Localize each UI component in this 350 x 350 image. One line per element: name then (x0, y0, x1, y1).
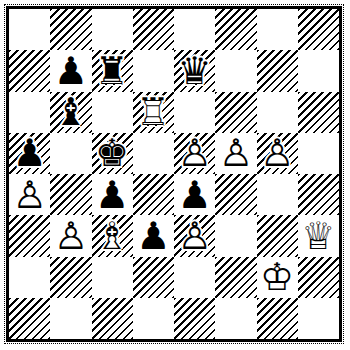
square-e8[interactable] (174, 9, 215, 50)
square-e6[interactable] (174, 92, 215, 133)
square-c1[interactable] (92, 298, 133, 339)
square-a7[interactable] (9, 50, 50, 91)
white-pawn-icon: ♟ (50, 215, 91, 256)
square-g1[interactable] (257, 298, 298, 339)
white-pawn[interactable]: ♟♙ (9, 174, 50, 215)
square-a8[interactable] (9, 9, 50, 50)
square-f7[interactable] (215, 50, 256, 91)
black-pawn-icon: ♟ (174, 174, 215, 215)
black-pawn-icon: ♟ (9, 133, 50, 174)
black-pawn-icon: ♟ (133, 215, 174, 256)
white-queen-outline-icon: ♕ (298, 215, 339, 256)
square-d1[interactable] (133, 298, 174, 339)
square-e4[interactable]: ♟ (174, 174, 215, 215)
white-bishop[interactable]: ♝♗ (92, 215, 133, 256)
white-pawn-outline-icon: ♙ (9, 174, 50, 215)
square-e2[interactable] (174, 257, 215, 298)
black-pawn[interactable]: ♟ (9, 133, 50, 174)
black-bishop-icon: ♝ (50, 92, 91, 133)
square-c2[interactable] (92, 257, 133, 298)
white-pawn-outline-icon: ♙ (215, 133, 256, 174)
square-g5[interactable]: ♟♙ (257, 133, 298, 174)
black-queen-icon: ♛ (174, 50, 215, 91)
white-rook-outline-icon: ♖ (133, 92, 174, 133)
square-b5[interactable] (50, 133, 91, 174)
white-pawn-outline-icon: ♙ (174, 133, 215, 174)
square-a3[interactable] (9, 215, 50, 256)
square-a5[interactable]: ♟ (9, 133, 50, 174)
square-g2[interactable]: ♚♔ (257, 257, 298, 298)
white-pawn-icon: ♟ (215, 133, 256, 174)
square-h7[interactable] (298, 50, 339, 91)
black-king[interactable]: ♚ (92, 133, 133, 174)
square-g4[interactable] (257, 174, 298, 215)
white-pawn-outline-icon: ♙ (174, 215, 215, 256)
square-a4[interactable]: ♟♙ (9, 174, 50, 215)
square-f1[interactable] (215, 298, 256, 339)
square-c7[interactable]: ♜ (92, 50, 133, 91)
square-f3[interactable] (215, 215, 256, 256)
board-frame: ♟♜♛♝♜♖♟♚♟♙♟♙♟♙♟♙♟♟♟♙♝♗♟♟♙♛♕♚♔ (4, 4, 344, 344)
square-b8[interactable] (50, 9, 91, 50)
square-f6[interactable] (215, 92, 256, 133)
white-pawn-icon: ♟ (257, 133, 298, 174)
square-b1[interactable] (50, 298, 91, 339)
square-g8[interactable] (257, 9, 298, 50)
black-pawn-icon: ♟ (50, 50, 91, 91)
white-king-icon: ♚ (257, 257, 298, 298)
square-b3[interactable]: ♟♙ (50, 215, 91, 256)
square-b4[interactable] (50, 174, 91, 215)
square-d5[interactable] (133, 133, 174, 174)
square-d7[interactable] (133, 50, 174, 91)
white-pawn[interactable]: ♟♙ (257, 133, 298, 174)
square-g3[interactable] (257, 215, 298, 256)
square-d6[interactable]: ♜♖ (133, 92, 174, 133)
white-pawn-outline-icon: ♙ (257, 133, 298, 174)
square-d8[interactable] (133, 9, 174, 50)
square-f4[interactable] (215, 174, 256, 215)
chess-board: ♟♜♛♝♜♖♟♚♟♙♟♙♟♙♟♙♟♟♟♙♝♗♟♟♙♛♕♚♔ (6, 6, 342, 342)
square-h8[interactable] (298, 9, 339, 50)
square-h2[interactable] (298, 257, 339, 298)
black-rook-icon: ♜ (92, 50, 133, 91)
square-f8[interactable] (215, 9, 256, 50)
square-e3[interactable]: ♟♙ (174, 215, 215, 256)
square-b2[interactable] (50, 257, 91, 298)
white-pawn[interactable]: ♟♙ (174, 133, 215, 174)
black-rook[interactable]: ♜ (92, 50, 133, 91)
square-d3[interactable]: ♟ (133, 215, 174, 256)
square-h5[interactable] (298, 133, 339, 174)
black-pawn[interactable]: ♟ (50, 50, 91, 91)
square-a6[interactable] (9, 92, 50, 133)
black-pawn[interactable]: ♟ (174, 174, 215, 215)
square-b6[interactable]: ♝ (50, 92, 91, 133)
square-g7[interactable] (257, 50, 298, 91)
square-h3[interactable]: ♛♕ (298, 215, 339, 256)
white-queen[interactable]: ♛♕ (298, 215, 339, 256)
chess-diagram: ♟♜♛♝♜♖♟♚♟♙♟♙♟♙♟♙♟♟♟♙♝♗♟♟♙♛♕♚♔ (0, 0, 350, 350)
white-pawn-icon: ♟ (174, 215, 215, 256)
white-queen-icon: ♛ (298, 215, 339, 256)
square-c5[interactable]: ♚ (92, 133, 133, 174)
square-e1[interactable] (174, 298, 215, 339)
white-pawn-icon: ♟ (9, 174, 50, 215)
white-pawn-icon: ♟ (174, 133, 215, 174)
square-c8[interactable] (92, 9, 133, 50)
square-b7[interactable]: ♟ (50, 50, 91, 91)
square-a1[interactable] (9, 298, 50, 339)
square-c6[interactable] (92, 92, 133, 133)
square-h1[interactable] (298, 298, 339, 339)
square-d4[interactable] (133, 174, 174, 215)
square-d2[interactable] (133, 257, 174, 298)
black-pawn-icon: ♟ (92, 174, 133, 215)
black-pawn[interactable]: ♟ (133, 215, 174, 256)
white-pawn[interactable]: ♟♙ (215, 133, 256, 174)
square-c4[interactable]: ♟ (92, 174, 133, 215)
white-king[interactable]: ♚♔ (257, 257, 298, 298)
square-f5[interactable]: ♟♙ (215, 133, 256, 174)
white-king-outline-icon: ♔ (257, 257, 298, 298)
square-e5[interactable]: ♟♙ (174, 133, 215, 174)
square-h4[interactable] (298, 174, 339, 215)
black-king-icon: ♚ (92, 133, 133, 174)
square-a2[interactable] (9, 257, 50, 298)
square-e7[interactable]: ♛ (174, 50, 215, 91)
white-pawn-outline-icon: ♙ (50, 215, 91, 256)
square-h6[interactable] (298, 92, 339, 133)
white-rook-icon: ♜ (133, 92, 174, 133)
white-bishop-icon: ♝ (92, 215, 133, 256)
black-pawn[interactable]: ♟ (92, 174, 133, 215)
black-queen[interactable]: ♛ (174, 50, 215, 91)
white-rook[interactable]: ♜♖ (133, 92, 174, 133)
white-pawn[interactable]: ♟♙ (50, 215, 91, 256)
square-f2[interactable] (215, 257, 256, 298)
square-c3[interactable]: ♝♗ (92, 215, 133, 256)
square-g6[interactable] (257, 92, 298, 133)
white-bishop-outline-icon: ♗ (92, 215, 133, 256)
black-bishop[interactable]: ♝ (50, 92, 91, 133)
white-pawn[interactable]: ♟♙ (174, 215, 215, 256)
